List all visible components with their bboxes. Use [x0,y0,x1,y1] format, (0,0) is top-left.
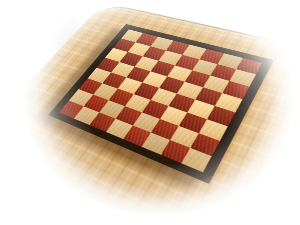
board-plane [48,24,274,184]
photo-scene [0,0,300,225]
